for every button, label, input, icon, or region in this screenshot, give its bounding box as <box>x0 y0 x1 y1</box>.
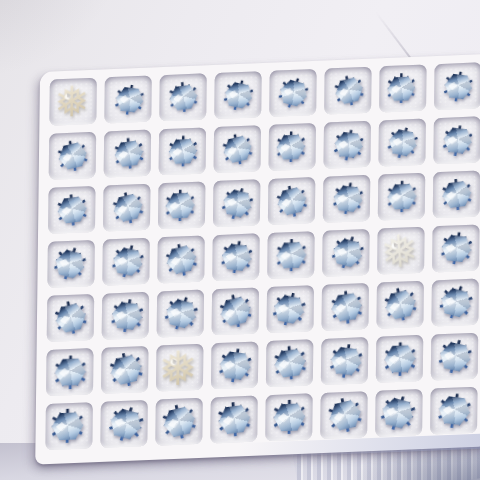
tray-cell: ❅ <box>268 123 316 171</box>
tray-cell: ❅ <box>321 337 369 385</box>
tray-cell: ❅ <box>104 130 152 178</box>
snowflake-rhinestone-icon: ❅ <box>427 276 480 331</box>
tray-cell: ❅ <box>46 348 94 396</box>
snowflake-rhinestone-icon: ❅ <box>152 395 206 451</box>
snowflake-rhinestone-icon: ❅ <box>44 403 91 452</box>
tray-cell: ❅ <box>104 76 152 124</box>
foil-snowflake-glyph: ❅ <box>155 345 201 393</box>
tray-cell: ❅ <box>432 224 480 272</box>
tray-cell: ❅ <box>267 285 315 333</box>
tray-cell: ❅ <box>159 127 207 175</box>
snowflake-rhinestone-icon: ❅ <box>100 343 153 398</box>
tray-cell: ❅ <box>48 186 96 234</box>
snowflake-rhinestone-icon: ❅ <box>265 339 314 390</box>
foil-snowflake-glyph: ❅ <box>51 81 92 124</box>
tray-cell: ❅ <box>212 233 260 281</box>
snowflake-rhinestone-icon: ❅ <box>106 78 153 124</box>
snowflake-rhinestone-icon: ❅ <box>323 283 371 333</box>
snowflake-rhinestone-icon: ❅ <box>270 126 312 170</box>
tray-cell: ❅ <box>49 78 97 126</box>
snowflake-rhinestone-icon: ❅ <box>96 396 155 453</box>
tray-cell: ❅ <box>100 400 148 448</box>
tray-cell: ❅ <box>375 389 423 437</box>
snowflake-rhinestone-icon: ❅ <box>261 284 316 337</box>
tray-cell: ❅ <box>433 116 480 164</box>
snowflake-rhinestone-icon: ❅ <box>318 388 372 444</box>
snowflake-rhinestone-icon: ❅ <box>368 385 427 442</box>
snowflake-rhinestone-icon: ❅ <box>48 132 97 183</box>
tray-cell: ❅ <box>376 281 424 329</box>
snowflake-rhinestone-icon: ❅ <box>325 122 373 169</box>
foil-snowflake-glyph: ❅ <box>376 227 423 276</box>
snowflake-rhinestone-icon: ❅ <box>106 131 151 178</box>
tray-cell: ❅ <box>324 67 372 115</box>
snowflake-rhinestone-icon: ❅ <box>49 187 95 235</box>
snowflake-rhinestone-icon: ❅ <box>156 234 207 287</box>
snowflake-rhinestone-icon: ❅ <box>433 171 479 219</box>
tray-cell: ❅ <box>376 335 424 383</box>
snowflake-rhinestone-icon: ❅ <box>427 330 480 384</box>
snowflake-rhinestone-icon: ❅ <box>434 64 480 110</box>
tray-cell: ❅ <box>265 393 313 441</box>
tray-cell: ❅ <box>430 387 478 435</box>
tray-cell: ❅ <box>212 287 260 335</box>
tray-cell: ❅ <box>377 227 425 275</box>
tray-cell: ❅ <box>103 184 151 232</box>
tray-cell: ❅ <box>211 341 259 389</box>
snowflake-rhinestone-icon: ❅ <box>44 292 96 346</box>
foil-back-snowflake-icon: ❅ <box>51 81 92 124</box>
tray-cell: ❅ <box>45 402 93 450</box>
rhinestone-tray: ❅❅❅❅❅❅❅❅❅❅❅❅❅❅❅❅❅❅❅❅❅❅❅❅❅❅❅❅❅❅❅❅❅❅❅❅❅❅❅❅… <box>35 54 480 465</box>
snowflake-rhinestone-icon: ❅ <box>267 176 317 228</box>
snowflake-rhinestone-icon: ❅ <box>265 394 312 443</box>
tray-cell: ❅ <box>322 229 370 277</box>
tray-cell: ❅ <box>378 119 426 167</box>
tray-cell: ❅ <box>156 344 204 392</box>
background-corner-shade <box>0 0 120 80</box>
snowflake-rhinestone-icon: ❅ <box>161 131 203 175</box>
tray-cell: ❅ <box>101 346 149 394</box>
tray-cell: ❅ <box>155 398 203 446</box>
tray-cell: ❅ <box>431 279 479 327</box>
tray-cell: ❅ <box>158 181 206 229</box>
snowflake-rhinestone-icon: ❅ <box>320 337 373 388</box>
tray-cell: ❅ <box>321 283 369 331</box>
snowflake-rhinestone-icon: ❅ <box>47 349 93 397</box>
tray-cell: ❅ <box>214 125 262 173</box>
tray-cell: ❅ <box>157 236 205 284</box>
tray-cell: ❅ <box>47 240 95 288</box>
snowflake-rhinestone-icon: ❅ <box>209 285 261 339</box>
tray-cell: ❅ <box>267 231 315 279</box>
snowflake-rhinestone-icon: ❅ <box>101 237 154 289</box>
snowflake-rhinestone-icon: ❅ <box>323 176 372 224</box>
tray-cell: ❅ <box>323 121 371 169</box>
snowflake-rhinestone-icon: ❅ <box>380 175 423 220</box>
tray-cell: ❅ <box>159 73 207 121</box>
tray-cell: ❅ <box>157 290 205 338</box>
snowflake-rhinestone-icon: ❅ <box>159 184 202 229</box>
snowflake-rhinestone-icon: ❅ <box>326 67 374 116</box>
tray-cell: ❅ <box>323 175 371 223</box>
tray-grid: ❅❅❅❅❅❅❅❅❅❅❅❅❅❅❅❅❅❅❅❅❅❅❅❅❅❅❅❅❅❅❅❅❅❅❅❅❅❅❅❅… <box>45 62 480 450</box>
tray-cell: ❅ <box>213 179 261 227</box>
tray-cell: ❅ <box>102 292 150 340</box>
snowflake-rhinestone-icon: ❅ <box>211 234 262 283</box>
tray-cell: ❅ <box>433 170 480 218</box>
tray-cell: ❅ <box>431 333 479 381</box>
tray-cell: ❅ <box>320 391 368 439</box>
snowflake-rhinestone-icon: ❅ <box>210 178 264 230</box>
tray-cell: ❅ <box>214 71 262 119</box>
snowflake-rhinestone-icon: ❅ <box>320 227 375 281</box>
snowflake-rhinestone-icon: ❅ <box>374 279 426 333</box>
snowflake-rhinestone-icon: ❅ <box>213 72 263 120</box>
snowflake-rhinestone-icon: ❅ <box>101 292 153 342</box>
snowflake-rhinestone-icon: ❅ <box>376 336 422 384</box>
tray-cell: ❅ <box>378 173 426 221</box>
foil-back-snowflake-icon: ❅ <box>155 345 201 393</box>
snowflake-rhinestone-icon: ❅ <box>152 287 208 342</box>
tray-cell: ❅ <box>379 64 427 112</box>
snowflake-rhinestone-icon: ❅ <box>433 118 480 165</box>
snowflake-rhinestone-icon: ❅ <box>267 69 318 119</box>
tray-cell: ❅ <box>266 339 314 387</box>
tray-cell: ❅ <box>210 396 258 444</box>
tray-cell: ❅ <box>49 132 97 180</box>
tray-cell: ❅ <box>269 69 317 117</box>
snowflake-rhinestone-icon: ❅ <box>381 68 422 111</box>
snowflake-rhinestone-icon: ❅ <box>103 183 153 235</box>
snowflake-rhinestone-icon: ❅ <box>427 386 480 438</box>
snowflake-rhinestone-icon: ❅ <box>161 75 205 121</box>
snowflake-rhinestone-icon: ❅ <box>269 233 313 279</box>
tray-photo: ❅❅❅❅❅❅❅❅❅❅❅❅❅❅❅❅❅❅❅❅❅❅❅❅❅❅❅❅❅❅❅❅❅❅❅❅❅❅❅❅… <box>0 0 480 480</box>
snowflake-rhinestone-icon: ❅ <box>42 238 97 292</box>
snowflake-rhinestone-icon: ❅ <box>377 119 428 169</box>
tray-cell: ❅ <box>102 238 150 286</box>
tray-cell: ❅ <box>434 62 480 110</box>
snowflake-rhinestone-icon: ❅ <box>431 225 480 274</box>
tray-cell: ❅ <box>268 177 316 225</box>
foil-back-snowflake-icon: ❅ <box>376 227 423 276</box>
snowflake-rhinestone-icon: ❅ <box>213 125 262 176</box>
tray-cell: ❅ <box>47 294 95 342</box>
snowflake-rhinestone-icon: ❅ <box>209 394 259 446</box>
snowflake-rhinestone-icon: ❅ <box>208 341 261 392</box>
